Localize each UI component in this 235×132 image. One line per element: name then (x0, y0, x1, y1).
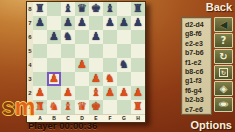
move-item: f1-e2 (185, 58, 211, 67)
square-f6[interactable] (103, 30, 117, 44)
piece-black-pawn: ♟ (61, 16, 75, 30)
piece-black-pawn: ♟ (89, 30, 103, 44)
chess-app-screen: Back 87654321 ♜♝♛♚♝♜♟♟♟♟♟♟♟♞♟♟♞♟♟♞♟♟♝♟♟♟… (0, 0, 235, 132)
diamond-icon: ◈ (220, 82, 228, 95)
eye-button[interactable]: ◉ (214, 97, 233, 112)
piece-white-pawn: ♟ (75, 58, 89, 72)
piece-white-king: ♚ (89, 100, 103, 114)
eye-icon: ◉ (218, 101, 228, 108)
square-a4[interactable] (33, 58, 47, 72)
square-b2[interactable] (47, 86, 61, 100)
square-d7[interactable]: ♟ (75, 16, 89, 30)
piece-white-bishop: ♝ (89, 86, 103, 100)
move-item: e2-e3 (185, 39, 211, 48)
file-label-f: F (103, 115, 117, 122)
square-g2[interactable]: ♟ (117, 86, 131, 100)
square-f5[interactable] (103, 44, 117, 58)
piece-white-queen: ♛ (75, 100, 89, 114)
piece-black-rook: ♜ (131, 2, 145, 16)
piece-black-knight: ♞ (117, 58, 131, 72)
piece-black-pawn: ♟ (103, 16, 117, 30)
square-g8[interactable] (117, 2, 131, 16)
square-a8[interactable]: ♜ (33, 2, 47, 16)
square-h7[interactable]: ♟ (131, 16, 145, 30)
piece-black-bishop: ♝ (61, 2, 75, 16)
options-button[interactable]: Options (190, 119, 232, 131)
square-c7[interactable]: ♟ (61, 16, 75, 30)
square-d4[interactable]: ♟ (75, 58, 89, 72)
square-b5[interactable] (47, 44, 61, 58)
rotate-button[interactable]: ↻ (214, 49, 233, 64)
square-b7[interactable] (47, 16, 61, 30)
move-list-panel: d2-d4g8-f6e2-e3b7-b6f1-e2b8-c6g1-f3f6-g4… (181, 17, 212, 115)
piece-white-pawn: ♟ (103, 86, 117, 100)
square-a2[interactable]: ♟ (33, 86, 47, 100)
square-h5[interactable] (131, 44, 145, 58)
flip-board-icon: ↻ (221, 70, 226, 76)
square-a7[interactable]: ♟ (33, 16, 47, 30)
square-a5[interactable] (33, 44, 47, 58)
piece-white-rook: ♜ (33, 100, 47, 114)
player-time-value: 00:00:36 (59, 120, 97, 131)
piece-white-knight: ♞ (103, 72, 117, 86)
chess-board: 87654321 ♜♝♛♚♝♜♟♟♟♟♟♟♟♞♟♟♞♟♟♞♟♟♝♟♟♟♜♞♝♛♚… (26, 1, 146, 123)
piece-white-pawn: ♟ (117, 86, 131, 100)
square-c2[interactable]: ♟ (61, 86, 75, 100)
square-g3[interactable] (117, 72, 131, 86)
square-c3[interactable] (61, 72, 75, 86)
piece-white-pawn: ♟ (131, 86, 145, 100)
square-b4[interactable] (47, 58, 61, 72)
square-f4[interactable] (103, 58, 117, 72)
piece-black-pawn: ♟ (131, 16, 145, 30)
move-item: d2-d4 (185, 20, 211, 29)
square-d3[interactable] (75, 72, 89, 86)
square-f1[interactable] (103, 100, 117, 114)
square-d1[interactable]: ♛ (75, 100, 89, 114)
player-clock: Player 00:00:36 (28, 120, 97, 131)
square-f3[interactable]: ♞ (103, 72, 117, 86)
square-a1[interactable]: ♜ (33, 100, 47, 114)
back-arrow-icon: ◀ (220, 18, 228, 31)
piece-black-queen: ♛ (75, 2, 89, 16)
move-item: g8-f6 (185, 29, 211, 38)
square-e8[interactable]: ♚ (89, 2, 103, 16)
square-h4[interactable] (131, 58, 145, 72)
diamond-button[interactable]: ◈ (214, 81, 233, 96)
square-b1[interactable]: ♞ (47, 100, 61, 114)
flip-board-button[interactable]: ↻ (214, 65, 233, 80)
square-c5[interactable] (61, 44, 75, 58)
piece-black-rook: ♜ (33, 2, 47, 16)
piece-white-rook: ♜ (131, 100, 145, 114)
square-e1[interactable]: ♚ (89, 100, 103, 114)
square-b3[interactable]: ♟ (47, 72, 61, 86)
help-button[interactable]: ? (214, 33, 233, 48)
back-arrow-button[interactable]: ◀ (214, 17, 233, 32)
square-h1[interactable]: ♜ (131, 100, 145, 114)
square-g5[interactable] (117, 44, 131, 58)
back-button[interactable]: Back (206, 1, 232, 13)
square-h6[interactable] (131, 30, 145, 44)
piece-white-pawn: ♟ (61, 86, 75, 100)
square-h2[interactable]: ♟ (131, 86, 145, 100)
square-c4[interactable] (61, 58, 75, 72)
move-item: b2-b3 (185, 95, 211, 104)
flip-board-icon: ↻ (219, 68, 228, 77)
square-g4[interactable]: ♞ (117, 58, 131, 72)
piece-black-pawn: ♟ (33, 16, 47, 30)
square-h3[interactable] (131, 72, 145, 86)
move-item: b7-b6 (185, 48, 211, 57)
square-a3[interactable] (33, 72, 47, 86)
piece-white-pawn: ♟ (47, 72, 61, 86)
square-e2[interactable]: ♝ (89, 86, 103, 100)
piece-white-bishop: ♝ (61, 100, 75, 114)
file-label-g: G (117, 115, 131, 122)
square-g1[interactable] (117, 100, 131, 114)
square-d6[interactable] (75, 30, 89, 44)
square-d8[interactable]: ♛ (75, 2, 89, 16)
piece-black-pawn: ♟ (47, 30, 61, 44)
player-name-label: Player (28, 120, 57, 131)
square-f8[interactable]: ♝ (103, 2, 117, 16)
move-item: e7-e6 (185, 105, 211, 114)
square-e4[interactable] (89, 58, 103, 72)
square-g6[interactable] (117, 30, 131, 44)
square-e6[interactable]: ♟ (89, 30, 103, 44)
piece-white-pawn: ♟ (33, 86, 47, 100)
move-item: g1-f3 (185, 76, 211, 85)
piece-black-pawn: ♟ (117, 16, 131, 30)
toolbar: ◀?↻↻◈◉ (214, 17, 233, 112)
square-c8[interactable]: ♝ (61, 2, 75, 16)
board-grid: ♜♝♛♚♝♜♟♟♟♟♟♟♟♞♟♟♞♟♟♞♟♟♝♟♟♟♜♞♝♛♚♜ (33, 2, 145, 114)
piece-black-king: ♚ (89, 2, 103, 16)
piece-black-bishop: ♝ (103, 2, 117, 16)
help-icon: ? (221, 34, 227, 47)
rotate-icon: ↻ (219, 50, 227, 63)
square-g7[interactable]: ♟ (117, 16, 131, 30)
square-h8[interactable]: ♜ (131, 2, 145, 16)
square-c1[interactable]: ♝ (61, 100, 75, 114)
square-d5[interactable] (75, 44, 89, 58)
piece-black-pawn: ♟ (75, 16, 89, 30)
square-f7[interactable]: ♟ (103, 16, 117, 30)
square-f2[interactable]: ♟ (103, 86, 117, 100)
square-a6[interactable] (33, 30, 47, 44)
square-e3[interactable]: ♟ (89, 72, 103, 86)
square-c6[interactable]: ♞ (61, 30, 75, 44)
piece-white-pawn: ♟ (89, 72, 103, 86)
square-b8[interactable] (47, 2, 61, 16)
square-d2[interactable] (75, 86, 89, 100)
square-e7[interactable] (89, 16, 103, 30)
square-b6[interactable]: ♟ (47, 30, 61, 44)
square-e5[interactable] (89, 44, 103, 58)
move-item: b8-c6 (185, 67, 211, 76)
piece-black-knight: ♞ (61, 30, 75, 44)
move-item: f6-g4 (185, 86, 211, 95)
file-label-h: H (131, 115, 145, 122)
piece-white-knight: ♞ (47, 100, 61, 114)
